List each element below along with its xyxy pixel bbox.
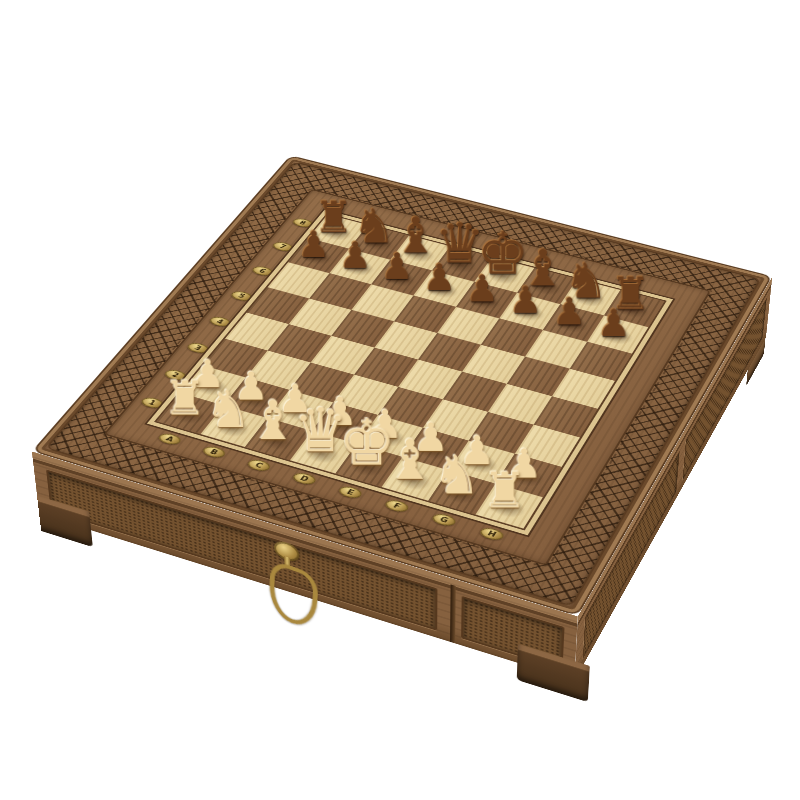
piece-white-king-e1[interactable]: ♚ — [339, 414, 390, 472]
piece-white-knight-g1[interactable]: ♞ — [431, 450, 482, 499]
file-plaque-h: H — [478, 526, 506, 542]
square-g5[interactable] — [507, 357, 570, 397]
file-plaque-a: A — [156, 432, 183, 446]
piece-white-bishop-c1[interactable]: ♝ — [248, 396, 298, 446]
drawer-seam — [450, 584, 456, 643]
file-plaque-e: E — [337, 485, 365, 500]
file-plaque-g: G — [430, 512, 458, 528]
file-plaque-d: D — [291, 471, 318, 486]
piece-white-bishop-f1[interactable]: ♝ — [385, 435, 436, 486]
piece-white-queen-d1[interactable]: ♛ — [293, 403, 343, 459]
chess-box: 87654321ABCDEFGH ♜♞♝♛♚♝♞♜♟♟♟♟♟♟♟♟♟♟♟♟♟♟♟… — [32, 155, 773, 616]
file-plaque-b: B — [201, 445, 228, 460]
piece-white-rook-h1[interactable]: ♜ — [479, 468, 531, 514]
product-photo-scene: 87654321ABCDEFGH ♜♞♝♛♚♝♞♜♟♟♟♟♟♟♟♟♟♟♟♟♟♟♟… — [0, 0, 800, 800]
file-plaque-f: F — [383, 498, 411, 513]
piece-white-knight-b1[interactable]: ♞ — [204, 385, 254, 433]
piece-white-rook-a1[interactable]: ♜ — [160, 377, 209, 421]
file-plaque-c: C — [245, 458, 272, 473]
